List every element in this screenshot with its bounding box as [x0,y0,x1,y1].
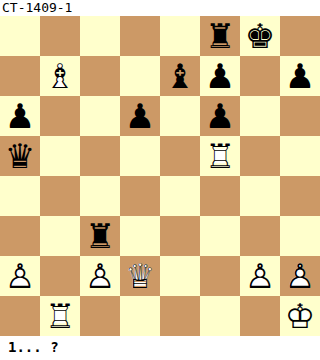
square-f3[interactable] [200,216,240,256]
square-a5[interactable]: ♛ [0,136,40,176]
white-pawn: ♙ [0,256,40,296]
square-d2[interactable]: ♛♕ [120,256,160,296]
square-c5[interactable] [80,136,120,176]
square-g5[interactable] [240,136,280,176]
square-d5[interactable] [120,136,160,176]
square-f8[interactable]: ♜ [200,16,240,56]
square-g1[interactable] [240,296,280,336]
square-c4[interactable] [80,176,120,216]
square-d8[interactable] [120,16,160,56]
square-e6[interactable] [160,96,200,136]
square-d6[interactable]: ♟ [120,96,160,136]
square-e1[interactable] [160,296,200,336]
square-d1[interactable] [120,296,160,336]
square-b7[interactable]: ♝♗ [40,56,80,96]
black-pawn: ♟ [200,96,240,136]
white-rook: ♖ [200,136,240,176]
square-g6[interactable] [240,96,280,136]
square-h2[interactable]: ♟♙ [280,256,320,296]
square-e3[interactable] [160,216,200,256]
square-c1[interactable] [80,296,120,336]
black-rook: ♜ [80,216,120,256]
square-f7[interactable]: ♟ [200,56,240,96]
square-h5[interactable] [280,136,320,176]
square-a2[interactable]: ♟♙ [0,256,40,296]
square-b1[interactable]: ♜♖ [40,296,80,336]
white-bishop: ♗ [40,56,80,96]
square-a6[interactable]: ♟ [0,96,40,136]
square-g7[interactable] [240,56,280,96]
square-c8[interactable] [80,16,120,56]
square-b3[interactable] [40,216,80,256]
puzzle-title: CT-1409-1 [0,0,320,16]
square-b5[interactable] [40,136,80,176]
square-h4[interactable] [280,176,320,216]
square-d4[interactable] [120,176,160,216]
white-rook: ♖ [40,296,80,336]
square-g3[interactable] [240,216,280,256]
square-c3[interactable]: ♜ [80,216,120,256]
move-prompt: 1... ? [0,336,320,360]
square-f1[interactable] [200,296,240,336]
square-e5[interactable] [160,136,200,176]
square-g2[interactable]: ♟♙ [240,256,280,296]
square-h7[interactable]: ♟ [280,56,320,96]
chess-board: ♜♚♝♗♝♟♟♟♟♟♛♜♖♜♟♙♟♙♛♕♟♙♟♙♜♖♚♔ [0,16,320,336]
square-e7[interactable]: ♝ [160,56,200,96]
square-c2[interactable]: ♟♙ [80,256,120,296]
square-b4[interactable] [40,176,80,216]
square-b8[interactable] [40,16,80,56]
white-pawn: ♙ [280,256,320,296]
white-king: ♔ [280,296,320,336]
black-queen: ♛ [0,136,40,176]
square-f2[interactable] [200,256,240,296]
square-b2[interactable] [40,256,80,296]
square-a7[interactable] [0,56,40,96]
square-f5[interactable]: ♜♖ [200,136,240,176]
square-g4[interactable] [240,176,280,216]
square-h6[interactable] [280,96,320,136]
square-a3[interactable] [0,216,40,256]
square-b6[interactable] [40,96,80,136]
white-pawn: ♙ [240,256,280,296]
white-queen: ♕ [120,256,160,296]
black-rook: ♜ [200,16,240,56]
square-a1[interactable] [0,296,40,336]
square-h3[interactable] [280,216,320,256]
square-a8[interactable] [0,16,40,56]
black-pawn: ♟ [280,56,320,96]
white-pawn: ♙ [80,256,120,296]
black-pawn: ♟ [200,56,240,96]
square-e4[interactable] [160,176,200,216]
square-c6[interactable] [80,96,120,136]
square-d7[interactable] [120,56,160,96]
square-h8[interactable] [280,16,320,56]
square-a4[interactable] [0,176,40,216]
square-h1[interactable]: ♚♔ [280,296,320,336]
black-pawn: ♟ [120,96,160,136]
square-c7[interactable] [80,56,120,96]
square-d3[interactable] [120,216,160,256]
black-pawn: ♟ [0,96,40,136]
square-f6[interactable]: ♟ [200,96,240,136]
black-bishop: ♝ [160,56,200,96]
square-g8[interactable]: ♚ [240,16,280,56]
square-e2[interactable] [160,256,200,296]
black-king: ♚ [240,16,280,56]
square-f4[interactable] [200,176,240,216]
square-e8[interactable] [160,16,200,56]
